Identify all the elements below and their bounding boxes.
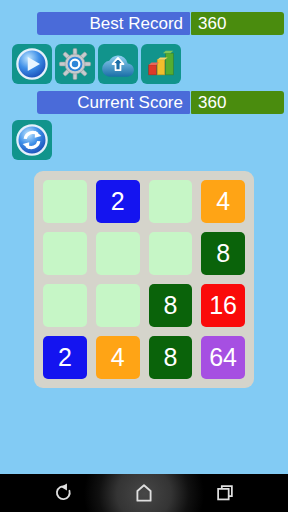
tile-2-r4c1: 2 xyxy=(43,336,87,379)
restart-button[interactable] xyxy=(12,120,52,160)
tile-4-r4c2: 4 xyxy=(96,336,140,379)
back-button[interactable] xyxy=(51,481,75,505)
empty-cell-r3c2 xyxy=(96,284,140,327)
recents-icon xyxy=(214,482,236,504)
empty-cell-r1c3 xyxy=(149,180,193,223)
empty-cell-r2c2 xyxy=(96,232,140,275)
empty-cell-r3c1 xyxy=(43,284,87,327)
tile-4-r1c4: 4 xyxy=(201,180,245,223)
best-record-row: Best Record 360 xyxy=(37,12,284,35)
current-score-label: Current Score xyxy=(37,91,190,114)
home-icon xyxy=(133,482,155,504)
best-record-value: 360 xyxy=(191,12,284,35)
board[interactable]: 24881624864 xyxy=(34,171,254,388)
cloud-upload-icon xyxy=(101,47,135,81)
play-icon xyxy=(15,47,49,81)
play-button[interactable] xyxy=(12,44,52,84)
navigation-bar xyxy=(0,474,288,512)
settings-button[interactable] xyxy=(55,44,95,84)
tile-64-r4c4: 64 xyxy=(201,336,245,379)
current-score-row: Current Score 360 xyxy=(37,91,284,114)
current-score-value: 360 xyxy=(191,91,284,114)
bar-chart-icon xyxy=(144,47,178,81)
home-button[interactable] xyxy=(132,481,156,505)
toolbar xyxy=(12,44,181,84)
tile-8-r2c4: 8 xyxy=(201,232,245,275)
tile-2-r1c2: 2 xyxy=(96,180,140,223)
gear-icon xyxy=(58,47,92,81)
tile-8-r4c3: 8 xyxy=(149,336,193,379)
empty-cell-r2c1 xyxy=(43,232,87,275)
refresh-icon xyxy=(15,123,49,157)
tile-16-r3c4: 16 xyxy=(201,284,245,327)
upload-button[interactable] xyxy=(98,44,138,84)
empty-cell-r1c1 xyxy=(43,180,87,223)
recents-button[interactable] xyxy=(213,481,237,505)
best-record-label: Best Record xyxy=(37,12,190,35)
back-icon xyxy=(52,482,74,504)
empty-cell-r2c3 xyxy=(149,232,193,275)
tile-8-r3c3: 8 xyxy=(149,284,193,327)
stats-button[interactable] xyxy=(141,44,181,84)
